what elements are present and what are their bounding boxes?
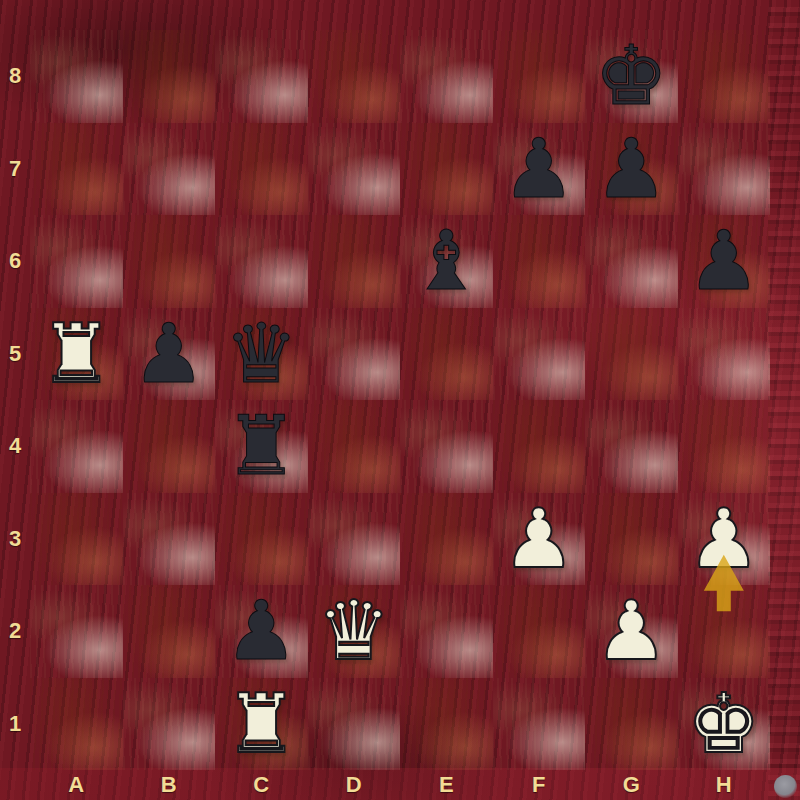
square-h8[interactable] xyxy=(678,30,771,123)
rank-label-5: 5 xyxy=(0,308,30,401)
square-g6[interactable] xyxy=(585,215,678,308)
square-b2[interactable] xyxy=(123,585,216,678)
square-c5[interactable]: ♛ xyxy=(215,308,308,401)
square-f6[interactable] xyxy=(493,215,586,308)
square-a7[interactable] xyxy=(30,123,123,216)
square-a5[interactable]: ♜ xyxy=(30,308,123,401)
square-d3[interactable] xyxy=(308,493,401,586)
black-pawn-g7: ♟ xyxy=(594,128,668,210)
rank-label-8: 8 xyxy=(0,30,30,123)
black-queen-c5: ♛ xyxy=(224,313,298,395)
file-label-f: F xyxy=(493,770,586,800)
square-h4[interactable] xyxy=(678,400,771,493)
square-b3[interactable] xyxy=(123,493,216,586)
square-b6[interactable] xyxy=(123,215,216,308)
square-d2[interactable]: ♛ xyxy=(308,585,401,678)
square-a8[interactable] xyxy=(30,30,123,123)
square-g2[interactable]: ♟ xyxy=(585,585,678,678)
white-pawn-g2: ♟ xyxy=(594,590,668,672)
square-f2[interactable] xyxy=(493,585,586,678)
square-b4[interactable] xyxy=(123,400,216,493)
square-h1[interactable]: ♚ xyxy=(678,678,771,771)
rank-labels: 87654321 xyxy=(0,30,30,770)
square-c3[interactable] xyxy=(215,493,308,586)
square-g7[interactable]: ♟ xyxy=(585,123,678,216)
square-g8[interactable]: ♚ xyxy=(585,30,678,123)
black-pawn-b5: ♟ xyxy=(132,313,206,395)
file-label-b: B xyxy=(123,770,216,800)
square-h3[interactable]: ♟ xyxy=(678,493,771,586)
rank-label-2: 2 xyxy=(0,585,30,678)
square-b1[interactable] xyxy=(123,678,216,771)
file-label-g: G xyxy=(585,770,678,800)
square-g5[interactable] xyxy=(585,308,678,401)
square-f4[interactable] xyxy=(493,400,586,493)
file-labels: ABCDEFGH xyxy=(30,770,770,800)
frame-right-edge xyxy=(768,0,800,800)
square-e5[interactable] xyxy=(400,308,493,401)
square-d1[interactable] xyxy=(308,678,401,771)
square-g1[interactable] xyxy=(585,678,678,771)
square-d5[interactable] xyxy=(308,308,401,401)
square-a1[interactable] xyxy=(30,678,123,771)
square-c7[interactable] xyxy=(215,123,308,216)
file-label-d: D xyxy=(308,770,401,800)
square-a4[interactable] xyxy=(30,400,123,493)
square-c8[interactable] xyxy=(215,30,308,123)
square-e4[interactable] xyxy=(400,400,493,493)
file-label-c: C xyxy=(215,770,308,800)
rank-label-6: 6 xyxy=(0,215,30,308)
square-d8[interactable] xyxy=(308,30,401,123)
square-e8[interactable] xyxy=(400,30,493,123)
square-e6[interactable]: ♝ xyxy=(400,215,493,308)
black-pawn-c2: ♟ xyxy=(224,590,298,672)
square-c4[interactable]: ♜ xyxy=(215,400,308,493)
black-king-g8: ♚ xyxy=(594,35,668,117)
square-d4[interactable] xyxy=(308,400,401,493)
square-g3[interactable] xyxy=(585,493,678,586)
white-pawn-f3: ♟ xyxy=(502,498,576,580)
black-bishop-e6: ♝ xyxy=(409,220,483,302)
square-e2[interactable] xyxy=(400,585,493,678)
square-f3[interactable]: ♟ xyxy=(493,493,586,586)
square-b7[interactable] xyxy=(123,123,216,216)
square-b8[interactable] xyxy=(123,30,216,123)
black-pawn-f7: ♟ xyxy=(502,128,576,210)
rank-label-3: 3 xyxy=(0,493,30,586)
black-pawn-h6: ♟ xyxy=(687,220,761,302)
square-f8[interactable] xyxy=(493,30,586,123)
square-h6[interactable]: ♟ xyxy=(678,215,771,308)
rank-label-4: 4 xyxy=(0,400,30,493)
square-a2[interactable] xyxy=(30,585,123,678)
square-c1[interactable]: ♜ xyxy=(215,678,308,771)
square-a6[interactable] xyxy=(30,215,123,308)
square-c6[interactable] xyxy=(215,215,308,308)
rank-label-7: 7 xyxy=(0,123,30,216)
square-e1[interactable] xyxy=(400,678,493,771)
square-g4[interactable] xyxy=(585,400,678,493)
white-queen-d2: ♛ xyxy=(317,590,391,672)
square-c2[interactable]: ♟ xyxy=(215,585,308,678)
rank-label-1: 1 xyxy=(0,678,30,771)
watermark-dot xyxy=(774,775,797,798)
square-d7[interactable] xyxy=(308,123,401,216)
square-h7[interactable] xyxy=(678,123,771,216)
square-f7[interactable]: ♟ xyxy=(493,123,586,216)
file-label-h: H xyxy=(678,770,771,800)
black-rook-c4: ♜ xyxy=(224,405,298,487)
white-king-h1: ♚ xyxy=(687,683,761,765)
square-e7[interactable] xyxy=(400,123,493,216)
square-h5[interactable] xyxy=(678,308,771,401)
square-b5[interactable]: ♟ xyxy=(123,308,216,401)
square-e3[interactable] xyxy=(400,493,493,586)
square-f1[interactable] xyxy=(493,678,586,771)
file-label-a: A xyxy=(30,770,123,800)
square-a3[interactable] xyxy=(30,493,123,586)
square-h2[interactable] xyxy=(678,585,771,678)
white-pawn-h3: ♟ xyxy=(687,498,761,580)
chess-board: ♚♟♟♝♟♜♟♛♜♟♟♟♛♟♜♚ xyxy=(30,30,770,770)
white-rook-c1: ♜ xyxy=(224,683,298,765)
white-rook-a5: ♜ xyxy=(39,313,113,395)
file-label-e: E xyxy=(400,770,493,800)
chess-diagram: ♚♟♟♝♟♜♟♛♜♟♟♟♛♟♜♚ 87654321 ABCDEFGH xyxy=(0,0,800,800)
square-f5[interactable] xyxy=(493,308,586,401)
square-d6[interactable] xyxy=(308,215,401,308)
